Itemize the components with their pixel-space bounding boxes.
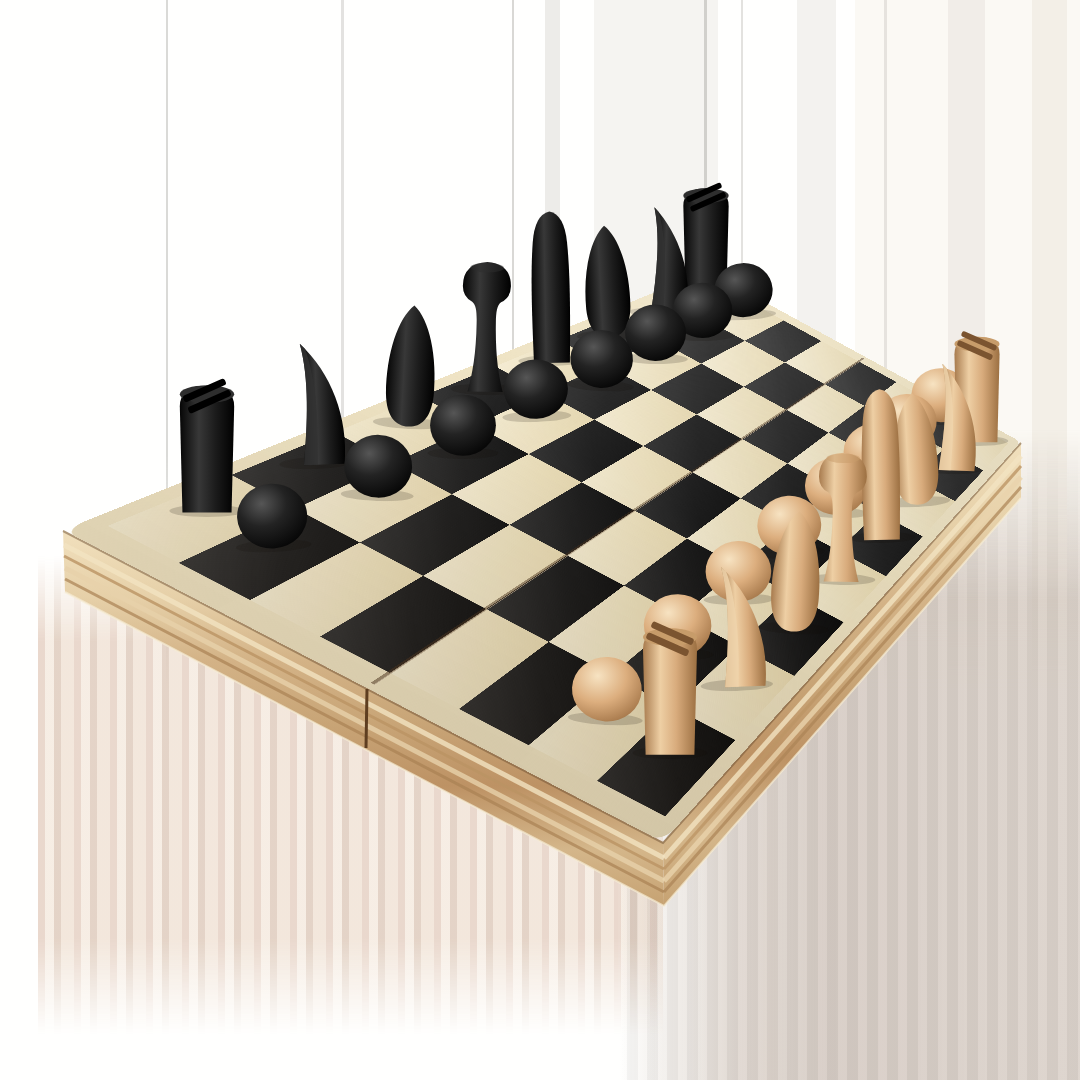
pieces-layer bbox=[0, 0, 1080, 1080]
pawn-icon bbox=[335, 300, 427, 503]
rook-icon bbox=[626, 554, 713, 760]
piece-shape bbox=[219, 343, 317, 554]
piece-shape bbox=[422, 264, 504, 458]
piece-shape bbox=[335, 300, 427, 503]
piece-shape bbox=[626, 554, 713, 760]
pawn-icon bbox=[219, 343, 317, 554]
product-photo bbox=[0, 0, 1080, 1080]
pawn-icon bbox=[422, 264, 504, 458]
